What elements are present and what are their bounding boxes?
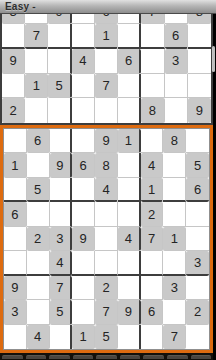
sudoku-cell	[118, 24, 141, 49]
sudoku-cell	[50, 178, 73, 202]
next-grid-cell-top-sliver	[49, 355, 70, 359]
sudoku-cell: 5	[186, 153, 209, 177]
sudoku-cell	[188, 74, 211, 99]
sudoku-cell: 5	[27, 178, 50, 202]
next-grid-cell-top-sliver	[73, 355, 94, 359]
sudoku-cell: 2	[186, 300, 209, 324]
sudoku-cell	[95, 98, 118, 123]
sudoku-cell: 3	[2, 14, 25, 24]
sudoku-cell	[48, 24, 71, 49]
sudoku-cell: 4	[72, 49, 95, 74]
sudoku-cell: 8	[95, 153, 118, 177]
puzzle-list-item-selected[interactable]: 69181968455416622394714397233579624157	[0, 125, 213, 353]
sudoku-cell	[4, 325, 27, 349]
next-grid-cell-top-sliver	[2, 355, 23, 359]
next-grid-cell-top-sliver	[191, 355, 212, 359]
sudoku-cell	[165, 98, 188, 123]
sudoku-cell	[163, 153, 186, 177]
next-grid-cell-top-sliver	[120, 355, 141, 359]
sudoku-cell: 6	[95, 14, 118, 24]
sudoku-cell: 3	[186, 251, 209, 275]
sudoku-cell: 3	[163, 276, 186, 300]
sudoku-cell	[186, 227, 209, 251]
next-grid-cell-top-sliver	[167, 355, 188, 359]
sudoku-cell: 6	[118, 49, 141, 74]
sudoku-cell: 7	[25, 24, 48, 49]
sudoku-cell	[141, 129, 164, 153]
sudoku-cell	[141, 276, 164, 300]
scrollbar-thumb[interactable]	[212, 46, 215, 72]
sudoku-cell: 2	[95, 276, 118, 300]
sudoku-cell: 1	[163, 227, 186, 251]
title-text: Easy -	[0, 1, 36, 12]
sudoku-cell	[4, 178, 27, 202]
sudoku-cell: 4	[95, 178, 118, 202]
sudoku-cell: 8	[141, 98, 164, 123]
sudoku-cell: 6	[72, 153, 95, 177]
sudoku-cell: 1	[25, 74, 48, 99]
sudoku-cell	[95, 202, 118, 226]
sudoku-cell	[118, 98, 141, 123]
sudoku-puzzle-list-screen: { "game": "sudoku", "app": { "title": "E…	[0, 0, 216, 360]
sudoku-cell	[25, 14, 48, 24]
sudoku-grid-selected: 69181968455416622394714397233579624157	[3, 128, 210, 350]
sudoku-cell: 2	[2, 98, 25, 123]
sudoku-cell	[72, 24, 95, 49]
sudoku-cell	[188, 24, 211, 49]
sudoku-cell	[186, 129, 209, 153]
sudoku-cell: 6	[141, 300, 164, 324]
sudoku-cell: 3	[50, 227, 73, 251]
sudoku-cell	[27, 251, 50, 275]
sudoku-cell	[163, 300, 186, 324]
sudoku-cell: 9	[48, 14, 71, 24]
sudoku-cell	[141, 24, 164, 49]
next-grid-cell-top-sliver	[26, 355, 47, 359]
sudoku-cell	[163, 178, 186, 202]
sudoku-cell	[72, 202, 95, 226]
sudoku-cell: 4	[118, 227, 141, 251]
sudoku-cell: 9	[50, 153, 73, 177]
sudoku-cell	[50, 325, 73, 349]
sudoku-cell	[95, 251, 118, 275]
sudoku-cell: 8	[163, 129, 186, 153]
sudoku-cell	[118, 251, 141, 275]
sudoku-cell	[118, 74, 141, 99]
sudoku-cell: 2	[141, 202, 164, 226]
sudoku-cell	[72, 178, 95, 202]
sudoku-cell: 7	[141, 227, 164, 251]
sudoku-cell	[165, 14, 188, 24]
sudoku-cell	[118, 153, 141, 177]
sudoku-cell: 1	[141, 178, 164, 202]
sudoku-cell: 9	[118, 300, 141, 324]
sudoku-cell: 4	[141, 153, 164, 177]
sudoku-cell	[188, 49, 211, 74]
sudoku-cell	[27, 276, 50, 300]
sudoku-cell: 4	[27, 325, 50, 349]
sudoku-cell: 5	[50, 300, 73, 324]
sudoku-cell	[4, 129, 27, 153]
sudoku-cell: 7	[95, 74, 118, 99]
sudoku-cell: 1	[72, 325, 95, 349]
sudoku-cell	[25, 98, 48, 123]
sudoku-cell	[2, 74, 25, 99]
sudoku-cell: 3	[165, 49, 188, 74]
sudoku-cell: 7	[50, 276, 73, 300]
sudoku-cell: 7	[95, 300, 118, 324]
sudoku-cell: 6	[165, 24, 188, 49]
sudoku-cell	[72, 300, 95, 324]
sudoku-cell	[186, 202, 209, 226]
sudoku-cell	[72, 74, 95, 99]
sudoku-cell: 7	[141, 14, 164, 24]
sudoku-cell	[50, 129, 73, 153]
sudoku-cell: 6	[4, 202, 27, 226]
sudoku-cell	[72, 98, 95, 123]
sudoku-cell	[141, 74, 164, 99]
sudoku-cell	[50, 202, 73, 226]
puzzle-list-item-next-edge[interactable]	[0, 353, 213, 360]
sudoku-cell	[72, 129, 95, 153]
puzzle-list-item-previous[interactable]: 396787169463157289	[0, 14, 213, 125]
sudoku-cell	[27, 300, 50, 324]
sudoku-cell	[118, 178, 141, 202]
sudoku-cell: 6	[27, 129, 50, 153]
sudoku-cell	[163, 202, 186, 226]
sudoku-cell: 8	[188, 14, 211, 24]
sudoku-cell	[27, 202, 50, 226]
sudoku-cell	[27, 153, 50, 177]
sudoku-cell: 9	[2, 49, 25, 74]
next-grid-cell-top-sliver	[143, 355, 164, 359]
sudoku-cell	[2, 24, 25, 49]
sudoku-cell	[141, 325, 164, 349]
sudoku-cell: 9	[188, 98, 211, 123]
sudoku-cell	[118, 14, 141, 24]
sudoku-cell	[118, 276, 141, 300]
sudoku-cell	[4, 251, 27, 275]
sudoku-cell: 5	[48, 74, 71, 99]
sudoku-cell	[25, 49, 48, 74]
sudoku-cell: 1	[118, 129, 141, 153]
sudoku-cell	[72, 276, 95, 300]
sudoku-cell: 3	[4, 300, 27, 324]
sudoku-cell: 2	[27, 227, 50, 251]
sudoku-cell	[141, 49, 164, 74]
sudoku-cell	[165, 74, 188, 99]
sudoku-cell: 9	[95, 129, 118, 153]
next-grid-cell-top-sliver	[96, 355, 117, 359]
sudoku-cell: 5	[95, 325, 118, 349]
sudoku-cell: 1	[95, 24, 118, 49]
sudoku-cell	[186, 325, 209, 349]
sudoku-cell	[118, 202, 141, 226]
sudoku-grid-previous: 396787169463157289	[0, 14, 213, 125]
sudoku-cell: 1	[4, 153, 27, 177]
sudoku-cell	[163, 251, 186, 275]
sudoku-cell	[95, 227, 118, 251]
sudoku-cell	[48, 49, 71, 74]
sudoku-cell	[4, 227, 27, 251]
sudoku-cell: 9	[4, 276, 27, 300]
sudoku-cell: 9	[72, 227, 95, 251]
sudoku-cell	[95, 49, 118, 74]
title-bar: Easy -	[0, 0, 216, 14]
sudoku-cell	[72, 251, 95, 275]
sudoku-cell	[72, 14, 95, 24]
sudoku-cell	[141, 251, 164, 275]
sudoku-cell: 6	[186, 178, 209, 202]
sudoku-cell	[118, 325, 141, 349]
sudoku-cell: 4	[50, 251, 73, 275]
sudoku-cell: 7	[163, 325, 186, 349]
sudoku-cell	[48, 98, 71, 123]
sudoku-cell	[186, 276, 209, 300]
